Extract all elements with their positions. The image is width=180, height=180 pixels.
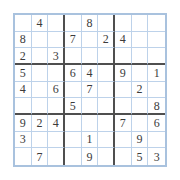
empty-cell-r3c2[interactable] bbox=[32, 48, 49, 65]
empty-cell-r6c1[interactable] bbox=[15, 98, 32, 115]
given-cell-r5c8[interactable]: 2 bbox=[132, 82, 149, 99]
empty-cell-r1c4[interactable] bbox=[65, 15, 82, 32]
empty-cell-r6c6[interactable] bbox=[98, 98, 115, 115]
given-cell-r8c5[interactable]: 1 bbox=[82, 132, 99, 149]
given-cell-r5c5[interactable]: 7 bbox=[82, 82, 99, 99]
empty-cell-r4c2[interactable] bbox=[32, 65, 49, 82]
empty-cell-r9c3[interactable] bbox=[48, 148, 65, 165]
empty-cell-r2c3[interactable] bbox=[48, 32, 65, 49]
sudoku-page: 4887242356491467258924763197953 bbox=[0, 0, 180, 180]
empty-cell-r3c6[interactable] bbox=[98, 48, 115, 65]
empty-cell-r6c8[interactable] bbox=[132, 98, 149, 115]
empty-cell-r2c2[interactable] bbox=[32, 32, 49, 49]
given-cell-r7c7[interactable]: 7 bbox=[115, 115, 132, 132]
empty-cell-r5c9[interactable] bbox=[148, 82, 165, 99]
empty-cell-r1c7[interactable] bbox=[115, 15, 132, 32]
given-cell-r5c3[interactable]: 6 bbox=[48, 82, 65, 99]
given-cell-r4c9[interactable]: 1 bbox=[148, 65, 165, 82]
empty-cell-r6c5[interactable] bbox=[82, 98, 99, 115]
given-cell-r4c7[interactable]: 9 bbox=[115, 65, 132, 82]
given-cell-r6c4[interactable]: 5 bbox=[65, 98, 82, 115]
given-cell-r9c8[interactable]: 5 bbox=[132, 148, 149, 165]
empty-cell-r5c2[interactable] bbox=[32, 82, 49, 99]
given-cell-r8c8[interactable]: 9 bbox=[132, 132, 149, 149]
empty-cell-r1c9[interactable] bbox=[148, 15, 165, 32]
given-cell-r4c1[interactable]: 5 bbox=[15, 65, 32, 82]
given-cell-r7c2[interactable]: 2 bbox=[32, 115, 49, 132]
given-cell-r2c1[interactable]: 8 bbox=[15, 32, 32, 49]
empty-cell-r6c3[interactable] bbox=[48, 98, 65, 115]
empty-cell-r3c4[interactable] bbox=[65, 48, 82, 65]
empty-cell-r4c8[interactable] bbox=[132, 65, 149, 82]
empty-cell-r3c7[interactable] bbox=[115, 48, 132, 65]
given-cell-r2c7[interactable]: 4 bbox=[115, 32, 132, 49]
given-cell-r3c1[interactable]: 2 bbox=[15, 48, 32, 65]
given-cell-r7c1[interactable]: 9 bbox=[15, 115, 32, 132]
empty-cell-r9c1[interactable] bbox=[15, 148, 32, 165]
given-cell-r9c2[interactable]: 7 bbox=[32, 148, 49, 165]
given-cell-r6c9[interactable]: 8 bbox=[148, 98, 165, 115]
empty-cell-r3c8[interactable] bbox=[132, 48, 149, 65]
empty-cell-r8c3[interactable] bbox=[48, 132, 65, 149]
given-cell-r1c2[interactable]: 4 bbox=[32, 15, 49, 32]
given-cell-r3c3[interactable]: 3 bbox=[48, 48, 65, 65]
given-cell-r7c3[interactable]: 4 bbox=[48, 115, 65, 132]
empty-cell-r1c8[interactable] bbox=[132, 15, 149, 32]
empty-cell-r2c8[interactable] bbox=[132, 32, 149, 49]
empty-cell-r9c6[interactable] bbox=[98, 148, 115, 165]
empty-cell-r5c6[interactable] bbox=[98, 82, 115, 99]
empty-cell-r7c4[interactable] bbox=[65, 115, 82, 132]
given-cell-r4c5[interactable]: 4 bbox=[82, 65, 99, 82]
empty-cell-r3c9[interactable] bbox=[148, 48, 165, 65]
given-cell-r7c9[interactable]: 6 bbox=[148, 115, 165, 132]
empty-cell-r7c8[interactable] bbox=[132, 115, 149, 132]
empty-cell-r3c5[interactable] bbox=[82, 48, 99, 65]
given-cell-r2c6[interactable]: 2 bbox=[98, 32, 115, 49]
empty-cell-r6c7[interactable] bbox=[115, 98, 132, 115]
given-cell-r5c1[interactable]: 4 bbox=[15, 82, 32, 99]
sudoku-board: 4887242356491467258924763197953 bbox=[13, 13, 167, 167]
given-cell-r9c5[interactable]: 9 bbox=[82, 148, 99, 165]
given-cell-r4c4[interactable]: 6 bbox=[65, 65, 82, 82]
empty-cell-r1c3[interactable] bbox=[48, 15, 65, 32]
empty-cell-r2c5[interactable] bbox=[82, 32, 99, 49]
empty-cell-r8c7[interactable] bbox=[115, 132, 132, 149]
empty-cell-r7c5[interactable] bbox=[82, 115, 99, 132]
empty-cell-r1c6[interactable] bbox=[98, 15, 115, 32]
empty-cell-r1c1[interactable] bbox=[15, 15, 32, 32]
empty-cell-r6c2[interactable] bbox=[32, 98, 49, 115]
given-cell-r2c4[interactable]: 7 bbox=[65, 32, 82, 49]
empty-cell-r4c6[interactable] bbox=[98, 65, 115, 82]
empty-cell-r5c4[interactable] bbox=[65, 82, 82, 99]
empty-cell-r8c6[interactable] bbox=[98, 132, 115, 149]
empty-cell-r9c4[interactable] bbox=[65, 148, 82, 165]
empty-cell-r4c3[interactable] bbox=[48, 65, 65, 82]
empty-cell-r9c7[interactable] bbox=[115, 148, 132, 165]
empty-cell-r5c7[interactable] bbox=[115, 82, 132, 99]
empty-cell-r8c2[interactable] bbox=[32, 132, 49, 149]
empty-cell-r7c6[interactable] bbox=[98, 115, 115, 132]
given-cell-r1c5[interactable]: 8 bbox=[82, 15, 99, 32]
empty-cell-r8c4[interactable] bbox=[65, 132, 82, 149]
empty-cell-r2c9[interactable] bbox=[148, 32, 165, 49]
empty-cell-r8c9[interactable] bbox=[148, 132, 165, 149]
given-cell-r8c1[interactable]: 3 bbox=[15, 132, 32, 149]
given-cell-r9c9[interactable]: 3 bbox=[148, 148, 165, 165]
